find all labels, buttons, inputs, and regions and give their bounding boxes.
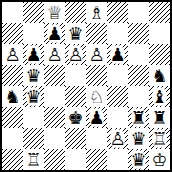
- piece-white-pawn-f2[interactable]: ♙: [107, 128, 128, 149]
- piece-black-queen-b5[interactable]: ♛: [23, 65, 44, 86]
- square-g8[interactable]: [128, 2, 149, 23]
- square-h2[interactable]: ♖: [149, 128, 170, 149]
- square-e8[interactable]: ♗: [86, 2, 107, 23]
- square-b1[interactable]: ♖: [23, 149, 44, 170]
- square-b8[interactable]: [23, 2, 44, 23]
- piece-black-pawn-e3[interactable]: ♟: [86, 107, 107, 128]
- square-h6[interactable]: [149, 44, 170, 65]
- square-h5[interactable]: ♞: [149, 65, 170, 86]
- piece-black-knight-h5[interactable]: ♞: [149, 65, 170, 86]
- piece-black-pawn-b6[interactable]: ♟: [23, 44, 44, 65]
- square-f3[interactable]: [107, 107, 128, 128]
- piece-white-bishop-e8[interactable]: ♗: [86, 2, 107, 23]
- square-g5[interactable]: [128, 65, 149, 86]
- square-g4[interactable]: [128, 86, 149, 107]
- square-f2[interactable]: ♙: [107, 128, 128, 149]
- square-c3[interactable]: [44, 107, 65, 128]
- square-f5[interactable]: [107, 65, 128, 86]
- square-c8[interactable]: ♕: [44, 2, 65, 23]
- piece-black-rook-g3[interactable]: ♜: [128, 107, 149, 128]
- square-d6[interactable]: ♙: [65, 44, 86, 65]
- square-d8[interactable]: [65, 2, 86, 23]
- piece-black-queen-g1[interactable]: ♛: [128, 149, 149, 170]
- square-a8[interactable]: [2, 2, 23, 23]
- square-h8[interactable]: [149, 2, 170, 23]
- square-e1[interactable]: [86, 149, 107, 170]
- square-e2[interactable]: [86, 128, 107, 149]
- piece-black-king-d3[interactable]: ♚: [65, 107, 86, 128]
- piece-black-bishop-h4[interactable]: ♝: [149, 86, 170, 107]
- chess-diagram: ♕♗♟♛♙♟♙♙♙♟♛♞♞♛♘♝♚♟♜♜♙♛♖♖♛♔: [0, 0, 172, 172]
- square-a6[interactable]: ♙: [2, 44, 23, 65]
- square-d2[interactable]: [65, 128, 86, 149]
- square-h7[interactable]: [149, 23, 170, 44]
- square-a3[interactable]: [2, 107, 23, 128]
- square-d5[interactable]: [65, 65, 86, 86]
- square-b3[interactable]: [23, 107, 44, 128]
- piece-white-pawn-d6[interactable]: ♙: [65, 44, 86, 65]
- square-g1[interactable]: ♛: [128, 149, 149, 170]
- piece-black-queen-g2[interactable]: ♛: [128, 128, 149, 149]
- square-e3[interactable]: ♟: [86, 107, 107, 128]
- square-b6[interactable]: ♟: [23, 44, 44, 65]
- square-h3[interactable]: ♜: [149, 107, 170, 128]
- piece-white-pawn-e6[interactable]: ♙: [86, 44, 107, 65]
- square-f1[interactable]: [107, 149, 128, 170]
- square-g3[interactable]: ♜: [128, 107, 149, 128]
- piece-white-knight-e4[interactable]: ♘: [86, 86, 107, 107]
- square-a7[interactable]: [2, 23, 23, 44]
- square-f6[interactable]: ♟: [107, 44, 128, 65]
- square-b7[interactable]: [23, 23, 44, 44]
- square-b2[interactable]: [23, 128, 44, 149]
- square-e5[interactable]: [86, 65, 107, 86]
- square-f4[interactable]: [107, 86, 128, 107]
- piece-white-pawn-c6[interactable]: ♙: [44, 44, 65, 65]
- square-e7[interactable]: [86, 23, 107, 44]
- piece-black-queen-d7[interactable]: ♛: [65, 23, 86, 44]
- square-c4[interactable]: [44, 86, 65, 107]
- square-h4[interactable]: ♝: [149, 86, 170, 107]
- square-d4[interactable]: [65, 86, 86, 107]
- piece-white-pawn-a6[interactable]: ♙: [2, 44, 23, 65]
- square-c1[interactable]: [44, 149, 65, 170]
- piece-white-queen-c8[interactable]: ♕: [44, 2, 65, 23]
- square-c7[interactable]: ♟: [44, 23, 65, 44]
- piece-black-pawn-f6[interactable]: ♟: [107, 44, 128, 65]
- chess-board: ♕♗♟♛♙♟♙♙♙♟♛♞♞♛♘♝♚♟♜♜♙♛♖♖♛♔: [0, 0, 172, 172]
- square-d7[interactable]: ♛: [65, 23, 86, 44]
- square-e4[interactable]: ♘: [86, 86, 107, 107]
- square-c2[interactable]: [44, 128, 65, 149]
- square-b5[interactable]: ♛: [23, 65, 44, 86]
- square-f8[interactable]: [107, 2, 128, 23]
- square-a5[interactable]: [2, 65, 23, 86]
- piece-black-rook-h3[interactable]: ♜: [149, 107, 170, 128]
- piece-black-knight-a4[interactable]: ♞: [2, 86, 23, 107]
- square-b4[interactable]: ♛: [23, 86, 44, 107]
- square-d3[interactable]: ♚: [65, 107, 86, 128]
- piece-white-rook-b1[interactable]: ♖: [23, 149, 44, 170]
- square-g6[interactable]: [128, 44, 149, 65]
- square-d1[interactable]: [65, 149, 86, 170]
- square-f7[interactable]: [107, 23, 128, 44]
- square-g7[interactable]: [128, 23, 149, 44]
- piece-white-rook-h2[interactable]: ♖: [149, 128, 170, 149]
- square-e6[interactable]: ♙: [86, 44, 107, 65]
- piece-black-pawn-c7[interactable]: ♟: [44, 23, 65, 44]
- square-c5[interactable]: [44, 65, 65, 86]
- piece-white-king-h1[interactable]: ♔: [149, 149, 170, 170]
- square-h1[interactable]: ♔: [149, 149, 170, 170]
- square-c6[interactable]: ♙: [44, 44, 65, 65]
- square-a2[interactable]: [2, 128, 23, 149]
- square-g2[interactable]: ♛: [128, 128, 149, 149]
- piece-black-queen-b4[interactable]: ♛: [23, 86, 44, 107]
- square-a4[interactable]: ♞: [2, 86, 23, 107]
- square-a1[interactable]: [2, 149, 23, 170]
